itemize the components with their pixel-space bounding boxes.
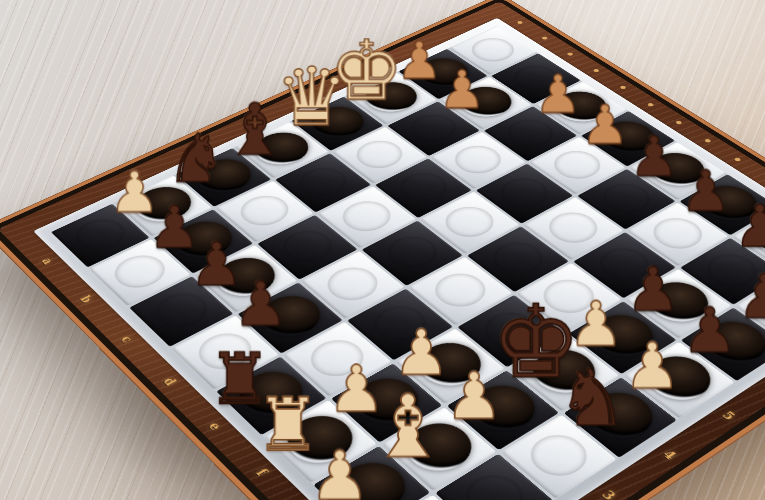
pawn-glyph: ♟ <box>629 132 678 183</box>
piece-black-knight[interactable]: ♞ <box>557 362 627 434</box>
pawn-glyph: ♟ <box>580 101 628 151</box>
file-label: e <box>206 419 225 432</box>
piece-black-pawn[interactable]: ♟ <box>733 200 765 253</box>
piece-white-pawn[interactable]: ♟ <box>534 71 581 119</box>
piece-black-pawn[interactable]: ♟ <box>625 262 679 318</box>
piece-white-pawn[interactable]: ♟ <box>393 324 449 382</box>
piece-white-pawn[interactable]: ♟ <box>309 445 370 500</box>
pawn-glyph: ♟ <box>444 367 502 427</box>
piece-white-pawn[interactable]: ♟ <box>444 367 502 427</box>
piece-black-bishop[interactable]: ♝ <box>223 96 287 161</box>
pawn-glyph: ♟ <box>681 302 737 359</box>
piece-black-pawn[interactable]: ♟ <box>233 276 288 332</box>
pawn-glyph: ♟ <box>623 337 680 395</box>
pawn-glyph: ♟ <box>309 445 370 500</box>
pawn-glyph: ♟ <box>737 269 765 325</box>
pawn-glyph: ♟ <box>534 71 581 119</box>
pawn-glyph: ♟ <box>233 276 288 332</box>
piece-black-pawn[interactable]: ♟ <box>680 165 731 217</box>
piece-white-pawn[interactable]: ♟ <box>623 337 680 395</box>
rank-label: 3 <box>599 488 619 500</box>
bishop-glyph: ♝ <box>369 386 447 466</box>
board-tilt-plane: abcdefgh 12345678 ♟♟♟♟♟♟♟♟♟♚♟♟♛♟♟♝♚♞♞♟♟♟… <box>0 0 765 500</box>
bishop-glyph: ♝ <box>223 96 287 161</box>
piece-white-pawn[interactable]: ♟ <box>438 66 485 114</box>
piece-white-pawn[interactable]: ♟ <box>580 101 628 151</box>
pawn-glyph: ♟ <box>625 262 679 318</box>
file-label: d <box>161 375 180 388</box>
file-label: f <box>253 466 271 478</box>
table-surface: { "game": "chess", "scene": "Wooden elec… <box>0 0 765 500</box>
file-label: c <box>118 333 136 344</box>
piece-black-pawn[interactable]: ♟ <box>681 302 737 359</box>
file-label: b <box>77 293 95 304</box>
pawn-glyph: ♟ <box>680 165 731 217</box>
rank-label: 4 <box>660 448 679 462</box>
piece-white-bishop[interactable]: ♝ <box>369 386 447 466</box>
knight-glyph: ♞ <box>166 128 226 190</box>
piece-black-knight[interactable]: ♞ <box>166 128 226 190</box>
pawn-glyph: ♟ <box>438 66 485 114</box>
pawn-glyph: ♟ <box>733 200 765 253</box>
rank-label: 5 <box>719 409 738 422</box>
piece-black-pawn[interactable]: ♟ <box>629 132 678 183</box>
file-label: a <box>39 256 57 266</box>
knight-glyph: ♞ <box>557 362 627 434</box>
chessboard-scene: abcdefgh 12345678 ♟♟♟♟♟♟♟♟♟♚♟♟♛♟♟♝♚♞♞♟♟♟… <box>115 0 765 500</box>
piece-black-pawn[interactable]: ♟ <box>737 269 765 325</box>
wood-frame: abcdefgh 12345678 ♟♟♟♟♟♟♟♟♟♚♟♟♛♟♟♝♚♞♞♟♟♟… <box>0 1 765 500</box>
pawn-glyph: ♟ <box>393 324 449 382</box>
board-grid: ♟♟♟♟♟♟♟♟♟♚♟♟♛♟♟♝♚♞♞♟♟♟♟♟♟♟♝♜♜♟ <box>51 26 765 500</box>
silver-rim: ♟♟♟♟♟♟♟♟♟♚♟♟♛♟♟♝♚♞♞♟♟♟♟♟♟♟♝♜♜♟ <box>33 18 765 500</box>
